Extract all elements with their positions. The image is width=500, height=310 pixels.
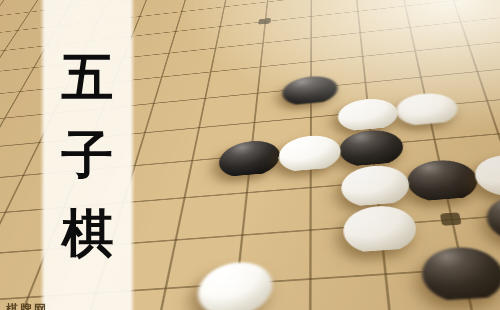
- title-banner: 五 子 棋: [40, 0, 135, 310]
- title-char-2: 子: [62, 129, 114, 181]
- watermark: 棋牌网: [6, 301, 48, 310]
- white-stone[interactable]: ●: [340, 197, 423, 253]
- white-stone[interactable]: ●: [276, 128, 345, 172]
- title-char-3: 棋: [62, 207, 114, 259]
- gomoku-cover-image: ●●●●●●●●●●●●● 五 子 棋 棋牌网: [0, 0, 500, 310]
- black-stone[interactable]: ●: [280, 70, 341, 106]
- title-char-1: 五: [62, 51, 114, 103]
- white-stone[interactable]: ●: [192, 253, 278, 310]
- star-point: [258, 18, 271, 25]
- black-stone[interactable]: ●: [414, 237, 500, 301]
- star-point: [440, 212, 462, 226]
